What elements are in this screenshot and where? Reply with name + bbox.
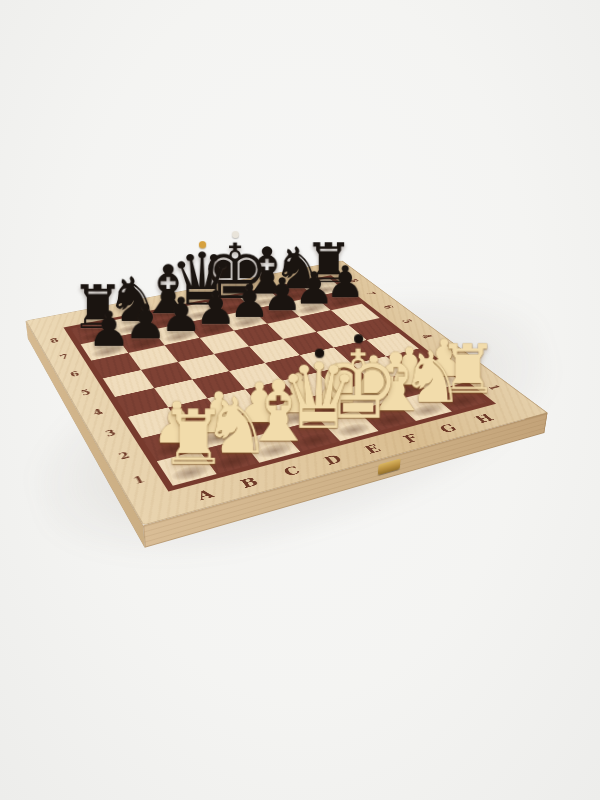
rank-label-left-5: 5 (76, 382, 96, 403)
queen-finial (314, 349, 323, 358)
product-photo-scene: ♜♞♝♛♚♝♞♜♟♟♟♟♟♟♟♟♟♟♟♟♟♟♟♟♜♞♝♛♚♝♞♜ ABCDEFG… (0, 0, 600, 800)
king-finial (354, 334, 363, 343)
queen-finial (198, 241, 205, 248)
black-pawn-a7: ♟ (45, 305, 172, 353)
white-rook-a1: ♜ (116, 400, 272, 476)
rank-label-right-5: 5 (389, 316, 424, 326)
brass-latch (378, 458, 401, 475)
rank-label-left-6: 6 (65, 364, 84, 384)
